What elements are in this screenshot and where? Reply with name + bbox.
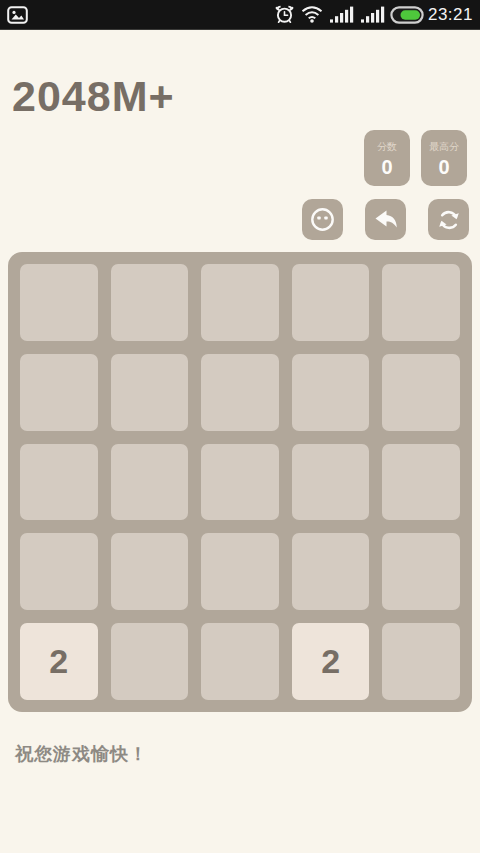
board-cell (111, 533, 189, 610)
board-cell (111, 264, 189, 341)
back-arrow-icon (373, 208, 399, 232)
game-board[interactable]: 22 (8, 252, 472, 712)
board-cell (292, 533, 370, 610)
best-score-box: 最高分 0 (421, 130, 467, 186)
board-cell (382, 354, 460, 431)
board-cell (382, 444, 460, 521)
board-cell (201, 354, 279, 431)
board-cell (201, 444, 279, 521)
board-cell (111, 444, 189, 521)
board-cell (382, 623, 460, 700)
wifi-icon (301, 6, 323, 23)
signal-icon (330, 6, 354, 23)
board-cell (201, 623, 279, 700)
board-cell (111, 354, 189, 431)
board-cell (20, 444, 98, 521)
smiley-icon (309, 206, 336, 233)
board-cell (201, 533, 279, 610)
board-cell (292, 444, 370, 521)
page-title: 2048M+ (12, 72, 175, 121)
board-cell (20, 264, 98, 341)
score-value: 0 (381, 156, 392, 179)
board-cell (201, 264, 279, 341)
board-cell (382, 264, 460, 341)
signal-icon (361, 6, 385, 23)
restart-button[interactable] (428, 199, 469, 240)
score-box: 分数 0 (364, 130, 410, 186)
alarm-icon (275, 5, 294, 24)
best-score-label: 最高分 (429, 140, 459, 154)
board-cell (292, 354, 370, 431)
score-panels: 分数 0 最高分 0 (364, 130, 467, 186)
emoji-theme-button[interactable] (302, 199, 343, 240)
tile-2: 2 (20, 623, 98, 700)
board-cell (111, 623, 189, 700)
board-cell (20, 354, 98, 431)
board-grid[interactable]: 22 (20, 264, 460, 700)
undo-button[interactable] (365, 199, 406, 240)
best-score-value: 0 (438, 156, 449, 179)
board-cell (292, 264, 370, 341)
status-bar: 23:21 (0, 0, 480, 30)
board-cell (382, 533, 460, 610)
screenshot-icon (7, 6, 28, 24)
refresh-icon (435, 206, 463, 234)
score-label: 分数 (377, 140, 397, 154)
toolbar (302, 199, 469, 240)
tile-2: 2 (292, 623, 370, 700)
footer-message: 祝您游戏愉快！ (15, 742, 148, 766)
status-time: 23:21 (428, 5, 473, 25)
battery-icon (390, 6, 424, 24)
board-cell (20, 533, 98, 610)
